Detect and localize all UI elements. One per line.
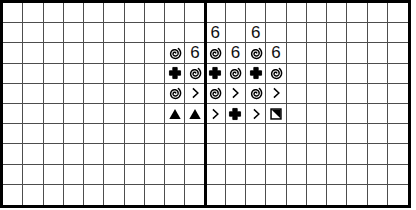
- board-cell[interactable]: [44, 84, 64, 104]
- board-cell[interactable]: [287, 43, 307, 63]
- board-cell[interactable]: [287, 144, 307, 164]
- board-cell[interactable]: [185, 185, 205, 205]
- board-cell[interactable]: [145, 104, 165, 124]
- spiral-icon: [247, 44, 265, 62]
- board-cell[interactable]: [145, 124, 165, 144]
- board-cell[interactable]: [23, 104, 43, 124]
- board-cell[interactable]: [165, 185, 185, 205]
- board-cell[interactable]: [307, 165, 327, 185]
- board-cell[interactable]: [246, 185, 266, 205]
- board-cell[interactable]: [266, 104, 286, 124]
- board-cell[interactable]: [388, 3, 408, 23]
- board-cell[interactable]: [347, 23, 367, 43]
- board-cell[interactable]: [23, 144, 43, 164]
- board-cell[interactable]: [64, 104, 84, 124]
- board-cell[interactable]: [327, 43, 347, 63]
- board-cell[interactable]: [287, 64, 307, 84]
- board-cell[interactable]: [206, 43, 226, 63]
- spiral-icon: [186, 64, 204, 82]
- board-cell[interactable]: [206, 144, 226, 164]
- board-cell[interactable]: [165, 84, 185, 104]
- board-cell[interactable]: [84, 64, 104, 84]
- cross-icon: [206, 64, 224, 82]
- board-cell[interactable]: [246, 104, 266, 124]
- board-cell[interactable]: [64, 144, 84, 164]
- board-cell[interactable]: [165, 144, 185, 164]
- board-cell[interactable]: [84, 144, 104, 164]
- board-cell[interactable]: [388, 23, 408, 43]
- board-cell[interactable]: [125, 144, 145, 164]
- board-cell[interactable]: [368, 185, 388, 205]
- board-cell[interactable]: [368, 104, 388, 124]
- board-cell[interactable]: [23, 185, 43, 205]
- board-cell[interactable]: [104, 84, 124, 104]
- board-cell[interactable]: [226, 104, 246, 124]
- triangle-icon: [166, 105, 184, 123]
- board-cell[interactable]: [226, 84, 246, 104]
- spiral-icon: [267, 64, 285, 82]
- board-cell[interactable]: [3, 84, 23, 104]
- board-cell[interactable]: [125, 23, 145, 43]
- board-cell[interactable]: [64, 124, 84, 144]
- board-cell[interactable]: [246, 43, 266, 63]
- board-grid: 66666: [3, 3, 408, 205]
- board-cell[interactable]: [44, 185, 64, 205]
- board-cell[interactable]: [266, 124, 286, 144]
- board-cell[interactable]: [368, 165, 388, 185]
- board-cell[interactable]: [64, 64, 84, 84]
- board-cell[interactable]: [388, 64, 408, 84]
- board-cell[interactable]: [327, 64, 347, 84]
- board-cell[interactable]: [3, 3, 23, 23]
- board-cell[interactable]: [44, 43, 64, 63]
- number-6: 6: [231, 44, 240, 61]
- board-cell[interactable]: 6: [266, 43, 286, 63]
- board-cell[interactable]: [44, 64, 64, 84]
- board-cell[interactable]: [44, 124, 64, 144]
- angle-icon: [247, 105, 265, 123]
- board-cell[interactable]: [23, 3, 43, 23]
- board-cell[interactable]: [287, 185, 307, 205]
- board-cell[interactable]: [125, 43, 145, 63]
- board-cell[interactable]: [206, 185, 226, 205]
- board-cell[interactable]: [266, 185, 286, 205]
- board-cell[interactable]: [185, 104, 205, 124]
- board-cell[interactable]: [145, 144, 165, 164]
- board-cell[interactable]: [347, 185, 367, 205]
- board-cell[interactable]: [64, 3, 84, 23]
- board-cell[interactable]: [307, 3, 327, 23]
- board-cell[interactable]: [368, 144, 388, 164]
- board-cell[interactable]: [185, 165, 205, 185]
- board-cell[interactable]: [226, 3, 246, 23]
- board-cell[interactable]: [3, 104, 23, 124]
- board-cell[interactable]: [84, 43, 104, 63]
- board-cell[interactable]: [307, 124, 327, 144]
- board-cell[interactable]: [145, 165, 165, 185]
- spiral-icon: [206, 44, 224, 62]
- number-6: 6: [190, 44, 199, 61]
- board-cell[interactable]: [165, 43, 185, 63]
- board-cell[interactable]: [84, 124, 104, 144]
- board-cell[interactable]: [266, 144, 286, 164]
- board-cell[interactable]: [347, 104, 367, 124]
- board-cell[interactable]: 6: [185, 43, 205, 63]
- board-cell[interactable]: [226, 23, 246, 43]
- board-cell[interactable]: [307, 104, 327, 124]
- board-cell[interactable]: [226, 124, 246, 144]
- spiral-icon: [166, 84, 184, 102]
- board-cell[interactable]: [84, 185, 104, 205]
- board-cell[interactable]: 6: [206, 23, 226, 43]
- board-cell[interactable]: [246, 144, 266, 164]
- board-cell[interactable]: [104, 43, 124, 63]
- board-cell[interactable]: [44, 165, 64, 185]
- board-cell[interactable]: [104, 165, 124, 185]
- board-cell[interactable]: [23, 43, 43, 63]
- board-cell[interactable]: [388, 43, 408, 63]
- board-cell[interactable]: [327, 23, 347, 43]
- board-cell[interactable]: [347, 84, 367, 104]
- board-cell[interactable]: [206, 3, 226, 23]
- board-cell[interactable]: [104, 144, 124, 164]
- board-cell[interactable]: [287, 3, 307, 23]
- board-cell[interactable]: [3, 64, 23, 84]
- board-cell[interactable]: [64, 84, 84, 104]
- board-cell[interactable]: [388, 84, 408, 104]
- board-cell[interactable]: [125, 3, 145, 23]
- board-cell[interactable]: [185, 23, 205, 43]
- board-cell[interactable]: [246, 64, 266, 84]
- board-cell[interactable]: [104, 3, 124, 23]
- board-cell[interactable]: [388, 165, 408, 185]
- board-cell[interactable]: [368, 124, 388, 144]
- board-cell[interactable]: [165, 165, 185, 185]
- board-cell[interactable]: [185, 3, 205, 23]
- board-cell[interactable]: [165, 124, 185, 144]
- board-cell[interactable]: [206, 84, 226, 104]
- angle-icon: [206, 105, 224, 123]
- board-cell[interactable]: [64, 43, 84, 63]
- board-cell[interactable]: [226, 185, 246, 205]
- board-cell[interactable]: [368, 43, 388, 63]
- board-cell[interactable]: [246, 165, 266, 185]
- board-cell[interactable]: [388, 144, 408, 164]
- board-cell[interactable]: [307, 84, 327, 104]
- board-cell[interactable]: [125, 84, 145, 104]
- number-6: 6: [271, 44, 280, 61]
- board-cell[interactable]: [44, 104, 64, 124]
- board-cell[interactable]: [266, 165, 286, 185]
- board-cell[interactable]: [307, 144, 327, 164]
- angle-icon: [226, 84, 244, 102]
- board-cell[interactable]: [246, 3, 266, 23]
- board-cell[interactable]: [287, 165, 307, 185]
- board-cell[interactable]: [206, 104, 226, 124]
- board-cell[interactable]: [145, 23, 165, 43]
- board-cell[interactable]: [23, 23, 43, 43]
- board-cell[interactable]: [165, 23, 185, 43]
- board-cell[interactable]: [327, 185, 347, 205]
- board-cell[interactable]: [104, 64, 124, 84]
- board-cell[interactable]: [125, 165, 145, 185]
- board-cell[interactable]: [266, 64, 286, 84]
- board-cell[interactable]: [23, 124, 43, 144]
- board-cell[interactable]: [125, 124, 145, 144]
- board-cell[interactable]: [185, 84, 205, 104]
- board-cell[interactable]: [206, 124, 226, 144]
- board-cell[interactable]: [64, 165, 84, 185]
- board-cell[interactable]: [185, 64, 205, 84]
- board-cell[interactable]: [307, 185, 327, 205]
- board-cell[interactable]: 6: [246, 23, 266, 43]
- board-cell[interactable]: [347, 64, 367, 84]
- spiral-icon: [206, 84, 224, 102]
- board-cell[interactable]: [368, 84, 388, 104]
- board-cell[interactable]: [327, 144, 347, 164]
- board-cell[interactable]: [165, 3, 185, 23]
- board-cell[interactable]: [104, 104, 124, 124]
- board-cell[interactable]: [145, 64, 165, 84]
- spiral-icon: [226, 64, 244, 82]
- board-cell[interactable]: [104, 23, 124, 43]
- board-cell[interactable]: [368, 23, 388, 43]
- board-cell[interactable]: [307, 43, 327, 63]
- board-cell[interactable]: [104, 124, 124, 144]
- board-cell[interactable]: [347, 165, 367, 185]
- board-cell[interactable]: [266, 23, 286, 43]
- cross-icon: [166, 64, 184, 82]
- board-cell[interactable]: [3, 144, 23, 164]
- puzzle-board[interactable]: 66666: [0, 0, 411, 208]
- board-cell[interactable]: [23, 165, 43, 185]
- board-cell[interactable]: [327, 124, 347, 144]
- board-cell[interactable]: [347, 144, 367, 164]
- board-cell[interactable]: [206, 165, 226, 185]
- board-cell[interactable]: [165, 64, 185, 84]
- board-cell[interactable]: [145, 43, 165, 63]
- board-cell[interactable]: [84, 104, 104, 124]
- board-cell[interactable]: [226, 144, 246, 164]
- board-cell[interactable]: [327, 104, 347, 124]
- number-6: 6: [210, 24, 219, 41]
- board-cell[interactable]: [327, 3, 347, 23]
- board-cell[interactable]: [388, 185, 408, 205]
- angle-icon: [267, 84, 285, 102]
- board-cell[interactable]: [226, 64, 246, 84]
- board-cell[interactable]: [347, 43, 367, 63]
- board-cell[interactable]: [145, 3, 165, 23]
- angle-icon: [186, 84, 204, 102]
- board-cell[interactable]: [23, 64, 43, 84]
- board-cell[interactable]: [125, 185, 145, 205]
- board-cell[interactable]: [44, 23, 64, 43]
- board-cell[interactable]: [388, 104, 408, 124]
- board-cell[interactable]: [287, 84, 307, 104]
- board-cell[interactable]: [327, 165, 347, 185]
- board-cell[interactable]: [185, 124, 205, 144]
- board-cell[interactable]: [3, 43, 23, 63]
- board-cell[interactable]: [307, 64, 327, 84]
- board-cell[interactable]: [266, 3, 286, 23]
- board-cell[interactable]: [266, 84, 286, 104]
- board-cell[interactable]: [3, 185, 23, 205]
- board-cell[interactable]: [23, 84, 43, 104]
- board-cell[interactable]: [125, 104, 145, 124]
- spiral-icon: [166, 44, 184, 62]
- board-cell[interactable]: [84, 165, 104, 185]
- board-cell[interactable]: [3, 165, 23, 185]
- board-cell[interactable]: [307, 23, 327, 43]
- board-cell[interactable]: [287, 104, 307, 124]
- half-square-icon: [267, 105, 285, 123]
- number-6: 6: [251, 24, 260, 41]
- board-cell[interactable]: [84, 3, 104, 23]
- board-cell[interactable]: [165, 104, 185, 124]
- board-cell[interactable]: [246, 124, 266, 144]
- board-cell[interactable]: [64, 185, 84, 205]
- board-cell[interactable]: [287, 23, 307, 43]
- board-cell[interactable]: [185, 144, 205, 164]
- board-cell[interactable]: [368, 3, 388, 23]
- board-cell[interactable]: [145, 84, 165, 104]
- board-cell[interactable]: [327, 84, 347, 104]
- board-cell[interactable]: [347, 124, 367, 144]
- board-cell[interactable]: [44, 144, 64, 164]
- board-cell[interactable]: [3, 124, 23, 144]
- board-cell[interactable]: [125, 64, 145, 84]
- board-cell[interactable]: [64, 23, 84, 43]
- board-cell[interactable]: [206, 64, 226, 84]
- cross-icon: [226, 105, 244, 123]
- triangle-icon: [186, 105, 204, 123]
- board-cell[interactable]: [104, 185, 124, 205]
- board-cell[interactable]: [84, 84, 104, 104]
- board-cell[interactable]: [226, 165, 246, 185]
- spiral-icon: [247, 84, 265, 102]
- board-cell[interactable]: [246, 84, 266, 104]
- board-cell[interactable]: [287, 124, 307, 144]
- board-cell[interactable]: [347, 3, 367, 23]
- board-cell[interactable]: 6: [226, 43, 246, 63]
- board-cell[interactable]: [145, 185, 165, 205]
- board-cell[interactable]: [3, 23, 23, 43]
- board-cell[interactable]: [84, 23, 104, 43]
- board-cell[interactable]: [388, 124, 408, 144]
- cross-icon: [247, 64, 265, 82]
- board-cell[interactable]: [368, 64, 388, 84]
- board-cell[interactable]: [44, 3, 64, 23]
